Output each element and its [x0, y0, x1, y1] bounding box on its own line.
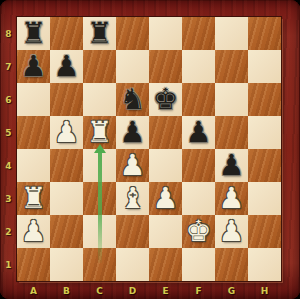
square-g3[interactable]: ♟: [215, 182, 248, 215]
square-b7[interactable]: ♟: [50, 50, 83, 83]
square-a1[interactable]: [17, 248, 50, 281]
square-c7[interactable]: [83, 50, 116, 83]
black-pawn[interactable]: ♟: [182, 116, 215, 149]
black-king[interactable]: ♚: [149, 83, 182, 116]
square-h6[interactable]: [248, 83, 281, 116]
white-king[interactable]: ♚: [182, 215, 215, 248]
square-b4[interactable]: [50, 149, 83, 182]
white-rook[interactable]: ♜: [17, 182, 50, 215]
square-c1[interactable]: [83, 248, 116, 281]
file-label-f: F: [182, 282, 215, 299]
square-f6[interactable]: [182, 83, 215, 116]
square-e1[interactable]: [149, 248, 182, 281]
black-knight[interactable]: ♞: [116, 83, 149, 116]
square-d7[interactable]: [116, 50, 149, 83]
square-e7[interactable]: [149, 50, 182, 83]
square-h5[interactable]: [248, 116, 281, 149]
square-f7[interactable]: [182, 50, 215, 83]
square-a4[interactable]: [17, 149, 50, 182]
file-label-b: B: [50, 282, 83, 299]
square-b5[interactable]: ♟: [50, 116, 83, 149]
file-label-e: E: [149, 282, 182, 299]
rank-labels: 87654321: [0, 17, 17, 281]
square-c2[interactable]: [83, 215, 116, 248]
black-rook[interactable]: ♜: [17, 17, 50, 50]
black-rook[interactable]: ♜: [83, 17, 116, 50]
square-e2[interactable]: [149, 215, 182, 248]
rank-label-3: 3: [0, 182, 17, 215]
chessboard-screenshot: 87654321 ABCDEFGH ♜♜♟♟♞♚♟♜♟♟♟♟♜♝♟♟♟♚♟: [0, 0, 300, 299]
white-rook[interactable]: ♜: [83, 116, 116, 149]
square-h3[interactable]: [248, 182, 281, 215]
square-d2[interactable]: [116, 215, 149, 248]
white-pawn[interactable]: ♟: [50, 116, 83, 149]
file-labels: ABCDEFGH: [17, 282, 281, 299]
file-label-c: C: [83, 282, 116, 299]
square-c5[interactable]: ♜: [83, 116, 116, 149]
black-pawn[interactable]: ♟: [215, 149, 248, 182]
file-label-h: H: [248, 282, 281, 299]
square-a8[interactable]: ♜: [17, 17, 50, 50]
rank-label-8: 8: [0, 17, 17, 50]
square-f4[interactable]: [182, 149, 215, 182]
file-label-d: D: [116, 282, 149, 299]
rank-label-6: 6: [0, 83, 17, 116]
square-g1[interactable]: [215, 248, 248, 281]
white-pawn[interactable]: ♟: [149, 182, 182, 215]
square-g8[interactable]: [215, 17, 248, 50]
square-f5[interactable]: ♟: [182, 116, 215, 149]
square-e3[interactable]: ♟: [149, 182, 182, 215]
square-d8[interactable]: [116, 17, 149, 50]
square-f3[interactable]: [182, 182, 215, 215]
square-d6[interactable]: ♞: [116, 83, 149, 116]
square-f8[interactable]: [182, 17, 215, 50]
square-a3[interactable]: ♜: [17, 182, 50, 215]
square-a7[interactable]: ♟: [17, 50, 50, 83]
rank-label-4: 4: [0, 149, 17, 182]
square-d5[interactable]: ♟: [116, 116, 149, 149]
square-f2[interactable]: ♚: [182, 215, 215, 248]
square-a5[interactable]: [17, 116, 50, 149]
square-a2[interactable]: ♟: [17, 215, 50, 248]
square-g2[interactable]: ♟: [215, 215, 248, 248]
square-b8[interactable]: [50, 17, 83, 50]
rank-label-7: 7: [0, 50, 17, 83]
square-b6[interactable]: [50, 83, 83, 116]
square-a6[interactable]: [17, 83, 50, 116]
white-pawn[interactable]: ♟: [116, 149, 149, 182]
square-b1[interactable]: [50, 248, 83, 281]
square-e5[interactable]: [149, 116, 182, 149]
file-label-g: G: [215, 282, 248, 299]
square-g7[interactable]: [215, 50, 248, 83]
square-b2[interactable]: [50, 215, 83, 248]
square-h8[interactable]: [248, 17, 281, 50]
square-d3[interactable]: ♝: [116, 182, 149, 215]
rank-label-1: 1: [0, 248, 17, 281]
square-h1[interactable]: [248, 248, 281, 281]
square-e6[interactable]: ♚: [149, 83, 182, 116]
rank-label-2: 2: [0, 215, 17, 248]
square-c3[interactable]: [83, 182, 116, 215]
white-pawn[interactable]: ♟: [215, 215, 248, 248]
white-bishop[interactable]: ♝: [116, 182, 149, 215]
black-pawn[interactable]: ♟: [50, 50, 83, 83]
black-pawn[interactable]: ♟: [17, 50, 50, 83]
chess-board: ♜♜♟♟♞♚♟♜♟♟♟♟♜♝♟♟♟♚♟: [17, 17, 281, 281]
square-g4[interactable]: ♟: [215, 149, 248, 182]
square-d1[interactable]: [116, 248, 149, 281]
square-g5[interactable]: [215, 116, 248, 149]
square-c6[interactable]: [83, 83, 116, 116]
square-h7[interactable]: [248, 50, 281, 83]
square-h2[interactable]: [248, 215, 281, 248]
square-e4[interactable]: [149, 149, 182, 182]
file-label-a: A: [17, 282, 50, 299]
white-pawn[interactable]: ♟: [215, 182, 248, 215]
white-pawn[interactable]: ♟: [17, 215, 50, 248]
square-b3[interactable]: [50, 182, 83, 215]
rank-label-5: 5: [0, 116, 17, 149]
square-c8[interactable]: ♜: [83, 17, 116, 50]
square-g6[interactable]: [215, 83, 248, 116]
square-c4[interactable]: [83, 149, 116, 182]
square-e8[interactable]: [149, 17, 182, 50]
black-pawn[interactable]: ♟: [116, 116, 149, 149]
square-h4[interactable]: [248, 149, 281, 182]
square-d4[interactable]: ♟: [116, 149, 149, 182]
square-f1[interactable]: [182, 248, 215, 281]
